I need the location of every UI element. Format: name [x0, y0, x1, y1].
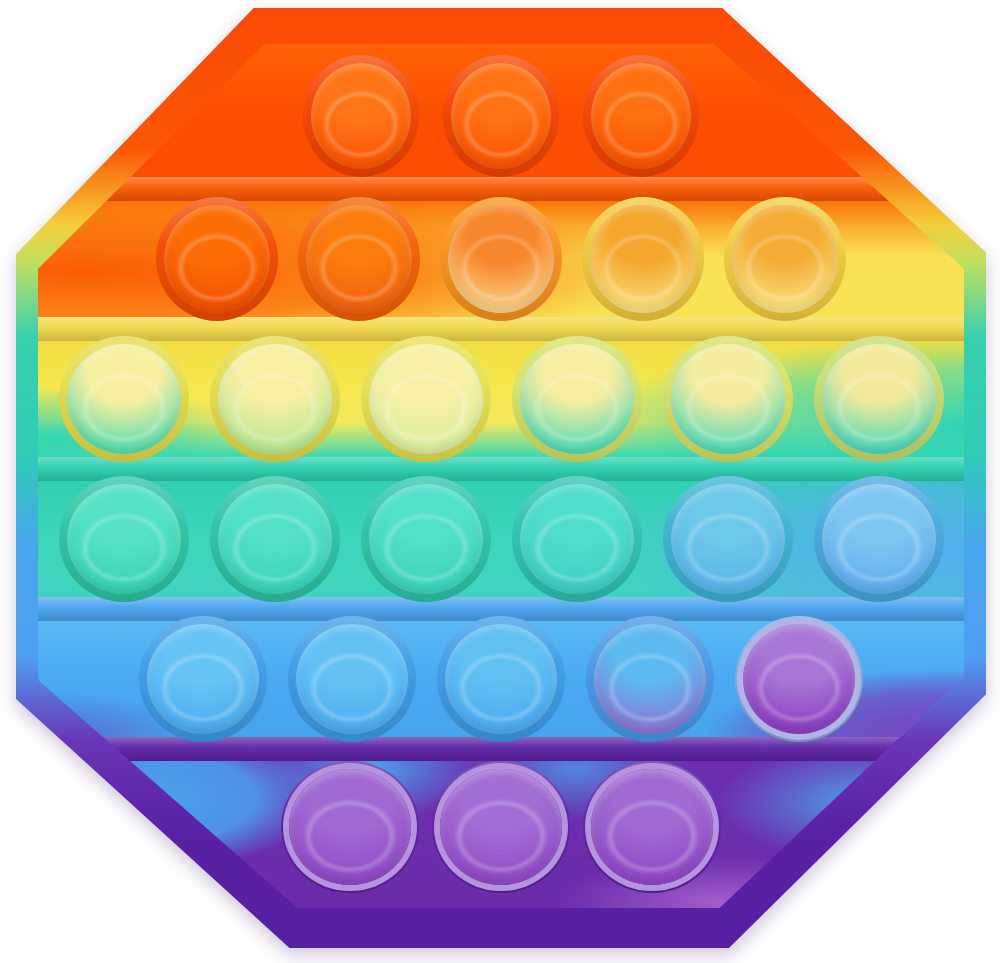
- bubble-dome: [445, 624, 557, 734]
- bubble-row-2: [38, 197, 964, 321]
- bubble-r5c4[interactable]: [586, 616, 714, 742]
- bubble-r3c1[interactable]: [59, 336, 189, 462]
- bubble-dome: [289, 769, 411, 885]
- bubble-r1c3[interactable]: [583, 55, 699, 177]
- bubble-r5c1[interactable]: [139, 616, 267, 742]
- bubble-dome: [520, 484, 634, 594]
- row-band-6: [38, 761, 964, 908]
- bubble-r3c3[interactable]: [361, 336, 491, 462]
- popit-face: [38, 44, 964, 908]
- bubble-r3c5[interactable]: [663, 336, 793, 462]
- bubble-dome: [369, 344, 483, 454]
- bubble-r2c1[interactable]: [156, 197, 278, 321]
- bubble-r4c2[interactable]: [210, 476, 340, 602]
- bubble-row-6: [38, 761, 964, 893]
- popit-rim: [16, 8, 986, 948]
- bubble-r2c4[interactable]: [582, 197, 704, 321]
- bubble-r5c5[interactable]: [735, 616, 863, 742]
- bubble-row-3: [38, 336, 964, 462]
- bubble-r4c1[interactable]: [59, 476, 189, 602]
- bubble-r1c2[interactable]: [443, 55, 559, 177]
- row-band-1: [38, 44, 964, 177]
- bubble-r6c2[interactable]: [432, 761, 570, 893]
- bubble-r3c2[interactable]: [210, 336, 340, 462]
- bubble-dome: [218, 484, 332, 594]
- bubble-r6c3[interactable]: [583, 761, 721, 893]
- bubble-r3c6[interactable]: [814, 336, 944, 462]
- bubble-r5c3[interactable]: [437, 616, 565, 742]
- bubble-dome: [594, 624, 706, 734]
- bubble-dome: [520, 344, 634, 454]
- bubble-dome: [591, 63, 691, 169]
- bubble-r2c5[interactable]: [724, 197, 846, 321]
- row-band-4: [38, 481, 964, 597]
- bubble-r2c2[interactable]: [298, 197, 420, 321]
- bubble-dome: [306, 205, 412, 313]
- bubble-dome: [822, 344, 936, 454]
- bubble-r6c1[interactable]: [281, 761, 419, 893]
- bubble-dome: [296, 624, 408, 734]
- bubble-dome: [671, 484, 785, 594]
- bubble-dome: [311, 63, 411, 169]
- bubble-r4c6[interactable]: [814, 476, 944, 602]
- bubble-dome: [743, 624, 855, 734]
- bubble-r4c5[interactable]: [663, 476, 793, 602]
- photo-canvas: [0, 0, 1000, 963]
- bubble-dome: [369, 484, 483, 594]
- row-band-2: [38, 201, 964, 317]
- bubble-dome: [440, 769, 562, 885]
- bubble-r4c4[interactable]: [512, 476, 642, 602]
- bubble-row-4: [38, 476, 964, 602]
- bubble-r2c3[interactable]: [440, 197, 562, 321]
- bubble-dome: [218, 344, 332, 454]
- bubble-dome: [67, 344, 181, 454]
- bubble-dome: [67, 484, 181, 594]
- bubble-dome: [147, 624, 259, 734]
- bubble-dome: [671, 344, 785, 454]
- bubble-dome: [590, 205, 696, 313]
- bubble-dome: [732, 205, 838, 313]
- bubble-row-1: [38, 55, 964, 177]
- bubble-row-5: [38, 616, 964, 742]
- bubble-dome: [591, 769, 713, 885]
- bubble-dome: [448, 205, 554, 313]
- popit-toy: [16, 8, 986, 948]
- row-band-5: [38, 621, 964, 737]
- bubble-r5c2[interactable]: [288, 616, 416, 742]
- bubble-r3c4[interactable]: [512, 336, 642, 462]
- row-band-3: [38, 341, 964, 457]
- bubble-dome: [451, 63, 551, 169]
- bubble-dome: [822, 484, 936, 594]
- bubble-r1c1[interactable]: [303, 55, 419, 177]
- bubble-r4c3[interactable]: [361, 476, 491, 602]
- bubble-dome: [164, 205, 270, 313]
